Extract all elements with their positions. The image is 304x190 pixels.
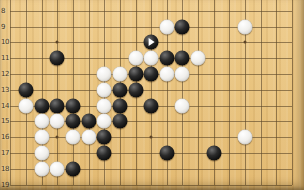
row-label: 15 <box>1 118 11 125</box>
stone-black <box>65 161 80 176</box>
stone-black <box>97 145 112 160</box>
stone-white <box>97 98 112 113</box>
stone-black <box>50 51 65 66</box>
grid-line <box>10 90 293 91</box>
row-label: 19 <box>1 181 11 188</box>
star-point <box>150 136 153 139</box>
stone-white <box>81 130 96 145</box>
stone-black <box>65 98 80 113</box>
stone-white <box>97 114 112 129</box>
stone-black <box>34 98 49 113</box>
stone-white <box>159 66 174 81</box>
row-label: 17 <box>1 149 11 156</box>
stone-white <box>18 98 33 113</box>
stone-black <box>128 82 143 97</box>
stone-black <box>206 145 221 160</box>
grid-line <box>10 185 293 186</box>
stone-black <box>112 98 127 113</box>
row-label: 8 <box>1 7 11 14</box>
stone-white <box>238 19 253 34</box>
stone-black <box>175 19 190 34</box>
video-frame: 8910111213141516171819 <box>0 0 304 190</box>
row-label: 11 <box>1 55 11 62</box>
stone-black <box>18 82 33 97</box>
stone-black <box>159 145 174 160</box>
grid-line <box>89 0 90 185</box>
last-move-marker <box>149 38 155 46</box>
stone-white <box>159 19 174 34</box>
row-label: 12 <box>1 70 11 77</box>
grid-line <box>57 0 58 185</box>
stone-black <box>144 66 159 81</box>
grid-line <box>292 0 293 185</box>
stone-black <box>112 82 127 97</box>
stone-white <box>175 66 190 81</box>
star-point <box>56 136 59 139</box>
stone-white <box>144 51 159 66</box>
stone-white <box>50 161 65 176</box>
stone-black <box>50 98 65 113</box>
grid-line <box>198 0 199 185</box>
stone-white <box>34 130 49 145</box>
stone-black <box>97 130 112 145</box>
star-point <box>244 41 247 44</box>
grid-line <box>261 0 262 185</box>
stone-white <box>112 66 127 81</box>
stone-black <box>175 51 190 66</box>
stone-white <box>97 82 112 97</box>
grid-line <box>276 0 277 185</box>
grid-line <box>10 11 293 12</box>
stone-white <box>34 161 49 176</box>
row-label: 16 <box>1 134 11 141</box>
stone-black <box>81 114 96 129</box>
stone-black <box>112 114 127 129</box>
stone-white <box>34 145 49 160</box>
row-label: 10 <box>1 39 11 46</box>
stone-white <box>175 98 190 113</box>
stone-white <box>50 114 65 129</box>
row-label: 13 <box>1 86 11 93</box>
stone-white <box>238 130 253 145</box>
grid-line <box>229 0 230 185</box>
row-label: 18 <box>1 165 11 172</box>
stone-black <box>128 66 143 81</box>
stone-white <box>34 114 49 129</box>
stone-black <box>144 98 159 113</box>
stone-white <box>65 130 80 145</box>
stone-white <box>128 51 143 66</box>
go-board[interactable]: 8910111213141516171819 <box>0 0 304 190</box>
row-label: 14 <box>1 102 11 109</box>
stone-white <box>191 51 206 66</box>
stone-black <box>65 114 80 129</box>
row-label: 9 <box>1 23 11 30</box>
grid-line <box>10 153 293 154</box>
grid-line <box>151 0 152 185</box>
grid-line <box>73 0 74 185</box>
stone-white <box>97 66 112 81</box>
stone-black <box>159 51 174 66</box>
star-point <box>56 41 59 44</box>
